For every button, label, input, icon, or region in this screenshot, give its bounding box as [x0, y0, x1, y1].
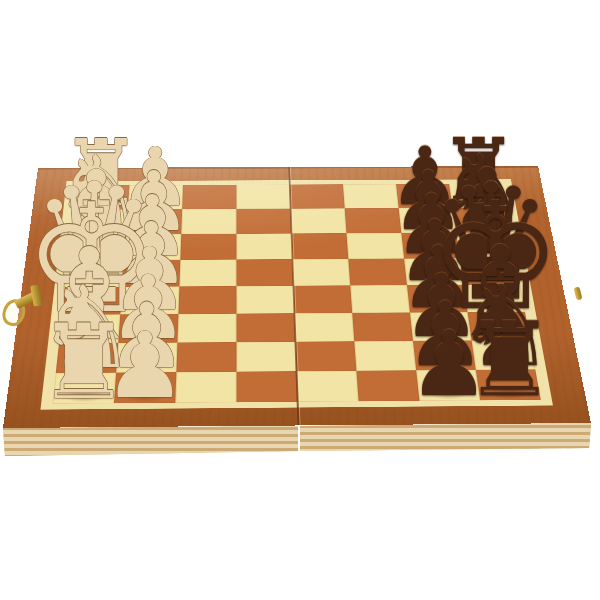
product-photo-scene: ♜♟♟♜♞♟♟♞♝♟♟♝♛♟♟♛♚♟♟♚♝♟♟♝♞♟♟♞♜♟♟♜: [0, 0, 600, 600]
brass-clasp[interactable]: [2, 280, 48, 330]
piece-black-rook-h8[interactable]: ♜: [464, 309, 556, 411]
chess-pieces-layer: ♜♟♟♜♞♟♟♞♝♟♟♝♛♟♟♛♚♟♟♚♝♟♟♝♞♟♟♞♜♟♟♜: [0, 0, 600, 600]
piece-white-pawn-h2[interactable]: ♟: [104, 321, 186, 412]
brass-clasp-plate-icon: [30, 284, 43, 306]
